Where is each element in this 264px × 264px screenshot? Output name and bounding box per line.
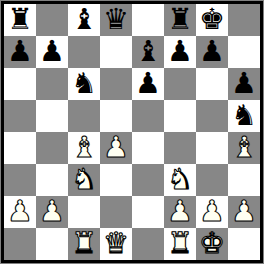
square-h5[interactable]: ♞ [228,100,260,132]
square-h2[interactable]: ♟ [228,196,260,228]
square-g4[interactable] [196,132,228,164]
diagram-background: ♜♝♛♜♚♟♟♝♟♟♞♟♟♞♝♟♝♞♞♟♟♟♟♟♜♛♜♚ [0,0,264,264]
square-e5[interactable] [132,100,164,132]
square-f4[interactable] [164,132,196,164]
square-e2[interactable] [132,196,164,228]
square-d3[interactable] [100,164,132,196]
square-c3[interactable]: ♞ [68,164,100,196]
black-pawn-h6: ♟ [231,68,257,99]
square-b1[interactable] [36,228,68,260]
square-g5[interactable] [196,100,228,132]
square-a2[interactable]: ♟ [4,196,36,228]
square-g6[interactable] [196,68,228,100]
black-queen-d8: ♛ [103,4,129,35]
square-f5[interactable] [164,100,196,132]
white-pawn-g2: ♟ [199,196,225,227]
square-e1[interactable] [132,228,164,260]
square-b2[interactable]: ♟ [36,196,68,228]
square-f1[interactable]: ♜ [164,228,196,260]
square-c7[interactable] [68,36,100,68]
white-rook-f1: ♜ [167,228,193,259]
square-e8[interactable] [132,4,164,36]
white-pawn-h2: ♟ [231,196,257,227]
square-h7[interactable] [228,36,260,68]
square-d2[interactable] [100,196,132,228]
white-king-g1: ♚ [199,228,225,259]
square-f6[interactable] [164,68,196,100]
square-d5[interactable] [100,100,132,132]
white-queen-d1: ♛ [103,228,129,259]
square-h8[interactable] [228,4,260,36]
black-pawn-e6: ♟ [135,68,161,99]
square-b8[interactable] [36,4,68,36]
square-e6[interactable]: ♟ [132,68,164,100]
board-frame: ♜♝♛♜♚♟♟♝♟♟♞♟♟♞♝♟♝♞♞♟♟♟♟♟♜♛♜♚ [1,1,263,263]
square-a1[interactable] [4,228,36,260]
black-rook-a8: ♜ [7,4,33,35]
square-f2[interactable]: ♟ [164,196,196,228]
black-pawn-b7: ♟ [39,36,65,67]
square-a8[interactable]: ♜ [4,4,36,36]
white-pawn-d4: ♟ [103,132,129,163]
chess-board: ♜♝♛♜♚♟♟♝♟♟♞♟♟♞♝♟♝♞♞♟♟♟♟♟♜♛♜♚ [4,4,260,260]
square-g7[interactable]: ♟ [196,36,228,68]
square-h1[interactable] [228,228,260,260]
square-g8[interactable]: ♚ [196,4,228,36]
square-c6[interactable]: ♞ [68,68,100,100]
square-g3[interactable] [196,164,228,196]
square-e3[interactable] [132,164,164,196]
square-b4[interactable] [36,132,68,164]
square-a6[interactable] [4,68,36,100]
square-c5[interactable] [68,100,100,132]
black-rook-f8: ♜ [167,4,193,35]
square-b5[interactable] [36,100,68,132]
white-knight-c3: ♞ [71,164,97,195]
black-king-g8: ♚ [199,4,225,35]
square-b6[interactable] [36,68,68,100]
square-d8[interactable]: ♛ [100,4,132,36]
square-f3[interactable]: ♞ [164,164,196,196]
square-a5[interactable] [4,100,36,132]
square-d7[interactable] [100,36,132,68]
square-c4[interactable]: ♝ [68,132,100,164]
square-d6[interactable] [100,68,132,100]
white-knight-f3: ♞ [167,164,193,195]
white-pawn-f2: ♟ [167,196,193,227]
square-a7[interactable]: ♟ [4,36,36,68]
black-bishop-c8: ♝ [71,4,97,35]
square-f7[interactable]: ♟ [164,36,196,68]
square-b3[interactable] [36,164,68,196]
black-bishop-e7: ♝ [135,36,161,67]
white-bishop-c4: ♝ [71,132,97,163]
square-d1[interactable]: ♛ [100,228,132,260]
white-bishop-h4: ♝ [231,132,257,163]
black-pawn-f7: ♟ [167,36,193,67]
square-e7[interactable]: ♝ [132,36,164,68]
square-b7[interactable]: ♟ [36,36,68,68]
white-pawn-a2: ♟ [7,196,33,227]
white-pawn-b2: ♟ [39,196,65,227]
square-h6[interactable]: ♟ [228,68,260,100]
black-pawn-g7: ♟ [199,36,225,67]
square-c8[interactable]: ♝ [68,4,100,36]
black-knight-h5: ♞ [231,100,257,131]
square-h4[interactable]: ♝ [228,132,260,164]
square-e4[interactable] [132,132,164,164]
square-g2[interactable]: ♟ [196,196,228,228]
square-a4[interactable] [4,132,36,164]
square-c2[interactable] [68,196,100,228]
black-knight-c6: ♞ [71,68,97,99]
white-rook-c1: ♜ [71,228,97,259]
square-d4[interactable]: ♟ [100,132,132,164]
square-f8[interactable]: ♜ [164,4,196,36]
square-a3[interactable] [4,164,36,196]
square-h3[interactable] [228,164,260,196]
black-pawn-a7: ♟ [7,36,33,67]
square-c1[interactable]: ♜ [68,228,100,260]
square-g1[interactable]: ♚ [196,228,228,260]
